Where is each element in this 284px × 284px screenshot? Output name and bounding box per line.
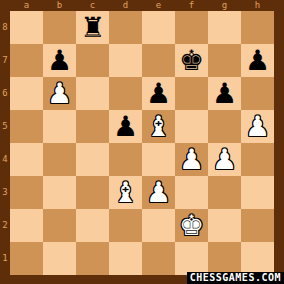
black-pawn[interactable]: ♟ <box>43 44 76 77</box>
square-e7[interactable] <box>142 44 175 77</box>
square-a2[interactable] <box>10 209 43 242</box>
square-d2[interactable] <box>109 209 142 242</box>
square-f6[interactable] <box>175 77 208 110</box>
chess-diagram: abcdefgh 87654321 ♜♟♚♟♟♟♟♟♝♟♟♟♝♟♚ CHESSG… <box>0 0 284 284</box>
white-pawn[interactable]: ♟ <box>208 143 241 176</box>
square-b3[interactable] <box>43 176 76 209</box>
square-e4[interactable] <box>142 143 175 176</box>
square-g2[interactable] <box>208 209 241 242</box>
white-pawn[interactable]: ♟ <box>175 143 208 176</box>
black-pawn[interactable]: ♟ <box>142 77 175 110</box>
square-a8[interactable] <box>10 11 43 44</box>
square-g8[interactable] <box>208 11 241 44</box>
square-e2[interactable] <box>142 209 175 242</box>
square-h1[interactable] <box>241 242 274 275</box>
square-b8[interactable] <box>43 11 76 44</box>
file-labels: abcdefgh <box>10 0 274 11</box>
file-label-e: e <box>142 0 175 11</box>
square-g1[interactable] <box>208 242 241 275</box>
square-h4[interactable] <box>241 143 274 176</box>
chess-board: ♜♟♚♟♟♟♟♟♝♟♟♟♝♟♚ <box>10 11 274 275</box>
square-f3[interactable] <box>175 176 208 209</box>
square-c3[interactable] <box>76 176 109 209</box>
rank-label-1: 1 <box>0 242 10 275</box>
square-d1[interactable] <box>109 242 142 275</box>
black-rook[interactable]: ♜ <box>76 11 109 44</box>
square-h7[interactable]: ♟ <box>241 44 274 77</box>
square-f4[interactable]: ♟ <box>175 143 208 176</box>
square-f7[interactable]: ♚ <box>175 44 208 77</box>
rank-label-6: 6 <box>0 77 10 110</box>
square-b7[interactable]: ♟ <box>43 44 76 77</box>
square-e3[interactable]: ♟ <box>142 176 175 209</box>
square-c4[interactable] <box>76 143 109 176</box>
rank-label-8: 8 <box>0 11 10 44</box>
file-label-d: d <box>109 0 142 11</box>
rank-label-3: 3 <box>0 176 10 209</box>
white-king[interactable]: ♚ <box>175 209 208 242</box>
square-g5[interactable] <box>208 110 241 143</box>
square-h6[interactable] <box>241 77 274 110</box>
square-e8[interactable] <box>142 11 175 44</box>
white-bishop[interactable]: ♝ <box>142 110 175 143</box>
square-a5[interactable] <box>10 110 43 143</box>
square-b4[interactable] <box>43 143 76 176</box>
square-d4[interactable] <box>109 143 142 176</box>
file-label-c: c <box>76 0 109 11</box>
square-f5[interactable] <box>175 110 208 143</box>
square-a7[interactable] <box>10 44 43 77</box>
black-king[interactable]: ♚ <box>175 44 208 77</box>
square-a3[interactable] <box>10 176 43 209</box>
square-d6[interactable] <box>109 77 142 110</box>
square-d5[interactable]: ♟ <box>109 110 142 143</box>
rank-labels: 87654321 <box>0 11 10 275</box>
square-h3[interactable] <box>241 176 274 209</box>
rank-label-5: 5 <box>0 110 10 143</box>
file-label-h: h <box>241 0 274 11</box>
square-e5[interactable]: ♝ <box>142 110 175 143</box>
square-c6[interactable] <box>76 77 109 110</box>
square-g7[interactable] <box>208 44 241 77</box>
rank-label-7: 7 <box>0 44 10 77</box>
square-h2[interactable] <box>241 209 274 242</box>
chessgames-logo[interactable]: CHESSGAMES.COM <box>187 272 284 284</box>
square-d7[interactable] <box>109 44 142 77</box>
square-b5[interactable] <box>43 110 76 143</box>
black-pawn[interactable]: ♟ <box>208 77 241 110</box>
square-c1[interactable] <box>76 242 109 275</box>
square-h5[interactable]: ♟ <box>241 110 274 143</box>
square-d3[interactable]: ♝ <box>109 176 142 209</box>
black-pawn[interactable]: ♟ <box>109 110 142 143</box>
square-h8[interactable] <box>241 11 274 44</box>
rank-label-2: 2 <box>0 209 10 242</box>
square-b1[interactable] <box>43 242 76 275</box>
square-g3[interactable] <box>208 176 241 209</box>
square-e6[interactable]: ♟ <box>142 77 175 110</box>
square-a6[interactable] <box>10 77 43 110</box>
white-pawn[interactable]: ♟ <box>241 110 274 143</box>
square-a4[interactable] <box>10 143 43 176</box>
square-c2[interactable] <box>76 209 109 242</box>
square-c8[interactable]: ♜ <box>76 11 109 44</box>
rank-label-4: 4 <box>0 143 10 176</box>
square-c7[interactable] <box>76 44 109 77</box>
square-g6[interactable]: ♟ <box>208 77 241 110</box>
square-g4[interactable]: ♟ <box>208 143 241 176</box>
square-c5[interactable] <box>76 110 109 143</box>
white-pawn[interactable]: ♟ <box>142 176 175 209</box>
black-pawn[interactable]: ♟ <box>241 44 274 77</box>
square-f1[interactable] <box>175 242 208 275</box>
square-b6[interactable]: ♟ <box>43 77 76 110</box>
square-b2[interactable] <box>43 209 76 242</box>
square-e1[interactable] <box>142 242 175 275</box>
white-pawn[interactable]: ♟ <box>43 77 76 110</box>
square-a1[interactable] <box>10 242 43 275</box>
file-label-f: f <box>175 0 208 11</box>
white-bishop[interactable]: ♝ <box>109 176 142 209</box>
file-label-a: a <box>10 0 43 11</box>
square-f8[interactable] <box>175 11 208 44</box>
square-d8[interactable] <box>109 11 142 44</box>
file-label-b: b <box>43 0 76 11</box>
file-label-g: g <box>208 0 241 11</box>
square-f2[interactable]: ♚ <box>175 209 208 242</box>
